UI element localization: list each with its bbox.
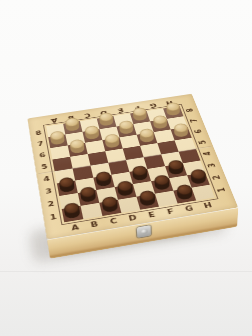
square-h1[interactable] xyxy=(192,185,215,201)
scene: ABCDEFGH ABCDEFGH 87654321 87654321 ⛀⛀⛀⛀… xyxy=(0,0,252,336)
checkers-board: ABCDEFGH ABCDEFGH 87654321 87654321 ⛀⛀⛀⛀… xyxy=(27,94,238,240)
coordinate-label: 2 xyxy=(205,169,228,184)
product-photo: ABCDEFGH ABCDEFGH 87654321 87654321 ⛀⛀⛀⛀… xyxy=(0,0,252,336)
coordinate-label: 1 xyxy=(43,209,64,226)
coordinate-label: 5 xyxy=(35,160,55,175)
square-d1[interactable] xyxy=(118,197,140,213)
square-f1[interactable] xyxy=(155,191,178,207)
square-d4[interactable] xyxy=(108,160,129,175)
square-b4[interactable] xyxy=(73,166,94,181)
coordinate-label: 4 xyxy=(196,146,218,160)
square-b1[interactable] xyxy=(81,203,103,219)
latch-clasp-icon xyxy=(137,225,151,238)
coordinate-label: 1 xyxy=(210,182,233,198)
coordinate-label: 2 xyxy=(41,196,62,212)
coordinate-label: 4 xyxy=(37,171,57,186)
coordinate-label: 3 xyxy=(39,183,60,199)
square-a5[interactable] xyxy=(52,157,72,172)
